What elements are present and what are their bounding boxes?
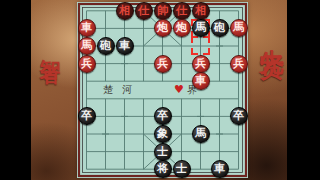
right-calligraphy-banner: 先贤 [256,28,286,42]
piece-black-chariot[interactable]: 車 [211,160,229,178]
piece-red-horse[interactable]: 馬 [78,37,96,55]
piece-red-soldier[interactable]: 兵 [154,55,172,73]
piece-red-advisor[interactable]: 仕 [173,2,191,20]
piece-black-advisor[interactable]: 士 [154,143,172,161]
game-screen: 智者 先贤 楚河 ♥ 界 相仕帥仕相車炮炮馬砲馬馬砲車兵兵兵兵車卒卒卒象馬士将士… [0,0,320,180]
last-move-marker [191,36,210,55]
piece-red-chariot[interactable]: 車 [192,72,210,90]
piece-red-advisor[interactable]: 仕 [135,2,153,20]
piece-red-elephant[interactable]: 相 [116,2,134,20]
piece-red-soldier[interactable]: 兵 [230,55,248,73]
left-calligraphy-banner: 智者 [38,42,62,52]
piece-black-general[interactable]: 将 [154,160,172,178]
pieces-layer: 相仕帥仕相車炮炮馬砲馬馬砲車兵兵兵兵車卒卒卒象馬士将士車 [77,2,248,178]
piece-red-horse[interactable]: 馬 [230,19,248,37]
xiangqi-board[interactable]: 楚河 ♥ 界 相仕帥仕相車炮炮馬砲馬馬砲車兵兵兵兵車卒卒卒象馬士将士車 [77,2,248,178]
piece-red-soldier[interactable]: 兵 [192,55,210,73]
piece-black-cannon[interactable]: 砲 [211,19,229,37]
piece-red-general[interactable]: 帥 [154,2,172,20]
piece-black-soldier[interactable]: 卒 [78,107,96,125]
piece-red-elephant[interactable]: 相 [192,2,210,20]
piece-red-chariot[interactable]: 車 [78,19,96,37]
piece-black-horse[interactable]: 馬 [192,19,210,37]
piece-red-soldier[interactable]: 兵 [78,55,96,73]
piece-black-elephant[interactable]: 象 [154,125,172,143]
piece-black-chariot[interactable]: 車 [116,37,134,55]
piece-black-advisor[interactable]: 士 [173,160,191,178]
piece-black-soldier[interactable]: 卒 [230,107,248,125]
piece-black-horse[interactable]: 馬 [192,125,210,143]
piece-red-cannon[interactable]: 炮 [173,19,191,37]
piece-black-soldier[interactable]: 卒 [154,107,172,125]
piece-red-cannon[interactable]: 炮 [154,19,172,37]
piece-black-cannon[interactable]: 砲 [97,37,115,55]
